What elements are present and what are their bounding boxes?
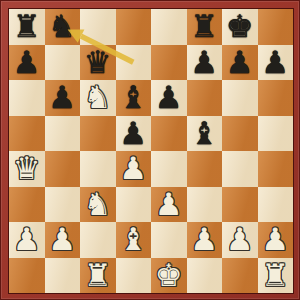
square-a1[interactable] bbox=[9, 258, 45, 294]
square-b3[interactable] bbox=[45, 187, 81, 223]
black-pawn-e6-piece[interactable]: ♟ bbox=[151, 80, 187, 116]
square-a5[interactable] bbox=[9, 116, 45, 152]
square-a8[interactable]: ♜ bbox=[9, 9, 45, 45]
square-e2[interactable] bbox=[151, 222, 187, 258]
square-c1[interactable]: ♜ bbox=[80, 258, 116, 294]
square-f4[interactable] bbox=[187, 151, 223, 187]
square-g6[interactable] bbox=[222, 80, 258, 116]
white-rook-h1-piece[interactable]: ♜ bbox=[258, 258, 294, 294]
square-d1[interactable] bbox=[116, 258, 152, 294]
black-pawn-d5-piece[interactable]: ♟ bbox=[116, 116, 152, 152]
square-g4[interactable] bbox=[222, 151, 258, 187]
square-a4[interactable]: ♛ bbox=[9, 151, 45, 187]
white-rook-c1-piece[interactable]: ♜ bbox=[80, 258, 116, 294]
white-king-e1-piece[interactable]: ♚ bbox=[151, 258, 187, 294]
black-rook-a8-piece[interactable]: ♜ bbox=[9, 9, 45, 45]
square-c4[interactable] bbox=[80, 151, 116, 187]
square-h2[interactable]: ♟ bbox=[258, 222, 294, 258]
white-pawn-b2-piece[interactable]: ♟ bbox=[45, 222, 81, 258]
square-h1[interactable]: ♜ bbox=[258, 258, 294, 294]
black-king-g8-piece[interactable]: ♚ bbox=[222, 9, 258, 45]
square-d8[interactable] bbox=[116, 9, 152, 45]
square-e6[interactable]: ♟ bbox=[151, 80, 187, 116]
square-b8[interactable]: ♞ bbox=[45, 9, 81, 45]
square-f5[interactable]: ♝ bbox=[187, 116, 223, 152]
square-a3[interactable] bbox=[9, 187, 45, 223]
square-d5[interactable]: ♟ bbox=[116, 116, 152, 152]
black-pawn-h7-piece[interactable]: ♟ bbox=[258, 45, 294, 81]
square-e4[interactable] bbox=[151, 151, 187, 187]
square-c3[interactable]: ♞ bbox=[80, 187, 116, 223]
square-f6[interactable] bbox=[187, 80, 223, 116]
black-rook-f8-piece[interactable]: ♜ bbox=[187, 9, 223, 45]
chess-board-frame: ♜♞♜♚♟♛♟♟♟♟♞♝♟♟♝♛♟♞♟♟♟♝♟♟♟♜♚♜ bbox=[0, 0, 300, 300]
square-h8[interactable] bbox=[258, 9, 294, 45]
square-f1[interactable] bbox=[187, 258, 223, 294]
square-b5[interactable] bbox=[45, 116, 81, 152]
square-g3[interactable] bbox=[222, 187, 258, 223]
square-g2[interactable]: ♟ bbox=[222, 222, 258, 258]
square-e1[interactable]: ♚ bbox=[151, 258, 187, 294]
black-bishop-d6-piece[interactable]: ♝ bbox=[116, 80, 152, 116]
square-g5[interactable] bbox=[222, 116, 258, 152]
square-b4[interactable] bbox=[45, 151, 81, 187]
square-e3[interactable]: ♟ bbox=[151, 187, 187, 223]
black-pawn-g7-piece[interactable]: ♟ bbox=[222, 45, 258, 81]
square-c5[interactable] bbox=[80, 116, 116, 152]
white-pawn-e3-piece[interactable]: ♟ bbox=[151, 187, 187, 223]
white-pawn-h2-piece[interactable]: ♟ bbox=[258, 222, 294, 258]
white-knight-c6-piece[interactable]: ♞ bbox=[80, 80, 116, 116]
square-b6[interactable]: ♟ bbox=[45, 80, 81, 116]
square-b2[interactable]: ♟ bbox=[45, 222, 81, 258]
square-c8[interactable] bbox=[80, 9, 116, 45]
square-h6[interactable] bbox=[258, 80, 294, 116]
square-g1[interactable] bbox=[222, 258, 258, 294]
white-knight-c3-piece[interactable]: ♞ bbox=[80, 187, 116, 223]
square-f3[interactable] bbox=[187, 187, 223, 223]
square-e5[interactable] bbox=[151, 116, 187, 152]
white-pawn-f2-piece[interactable]: ♟ bbox=[187, 222, 223, 258]
square-d6[interactable]: ♝ bbox=[116, 80, 152, 116]
black-pawn-f7-piece[interactable]: ♟ bbox=[187, 45, 223, 81]
square-d4[interactable]: ♟ bbox=[116, 151, 152, 187]
white-pawn-g2-piece[interactable]: ♟ bbox=[222, 222, 258, 258]
white-pawn-d4-piece[interactable]: ♟ bbox=[116, 151, 152, 187]
square-h7[interactable]: ♟ bbox=[258, 45, 294, 81]
square-d3[interactable] bbox=[116, 187, 152, 223]
square-c6[interactable]: ♞ bbox=[80, 80, 116, 116]
square-b7[interactable] bbox=[45, 45, 81, 81]
square-c2[interactable] bbox=[80, 222, 116, 258]
square-g8[interactable]: ♚ bbox=[222, 9, 258, 45]
square-g7[interactable]: ♟ bbox=[222, 45, 258, 81]
white-queen-a4-piece[interactable]: ♛ bbox=[9, 151, 45, 187]
black-bishop-f5-piece[interactable]: ♝ bbox=[187, 116, 223, 152]
chess-board[interactable]: ♜♞♜♚♟♛♟♟♟♟♞♝♟♟♝♛♟♞♟♟♟♝♟♟♟♜♚♜ bbox=[9, 9, 293, 293]
square-e8[interactable] bbox=[151, 9, 187, 45]
black-knight-b8-piece[interactable]: ♞ bbox=[45, 9, 81, 45]
square-b1[interactable] bbox=[45, 258, 81, 294]
black-pawn-b6-piece[interactable]: ♟ bbox=[45, 80, 81, 116]
square-f8[interactable]: ♜ bbox=[187, 9, 223, 45]
square-a2[interactable]: ♟ bbox=[9, 222, 45, 258]
square-c7[interactable]: ♛ bbox=[80, 45, 116, 81]
square-f2[interactable]: ♟ bbox=[187, 222, 223, 258]
black-queen-c7-piece[interactable]: ♛ bbox=[80, 45, 116, 81]
white-pawn-a2-piece[interactable]: ♟ bbox=[9, 222, 45, 258]
square-e7[interactable] bbox=[151, 45, 187, 81]
square-d2[interactable]: ♝ bbox=[116, 222, 152, 258]
square-f7[interactable]: ♟ bbox=[187, 45, 223, 81]
square-a7[interactable]: ♟ bbox=[9, 45, 45, 81]
square-a6[interactable] bbox=[9, 80, 45, 116]
white-bishop-d2-piece[interactable]: ♝ bbox=[116, 222, 152, 258]
black-pawn-a7-piece[interactable]: ♟ bbox=[9, 45, 45, 81]
square-d7[interactable] bbox=[116, 45, 152, 81]
square-h5[interactable] bbox=[258, 116, 294, 152]
square-h4[interactable] bbox=[258, 151, 294, 187]
square-h3[interactable] bbox=[258, 187, 294, 223]
